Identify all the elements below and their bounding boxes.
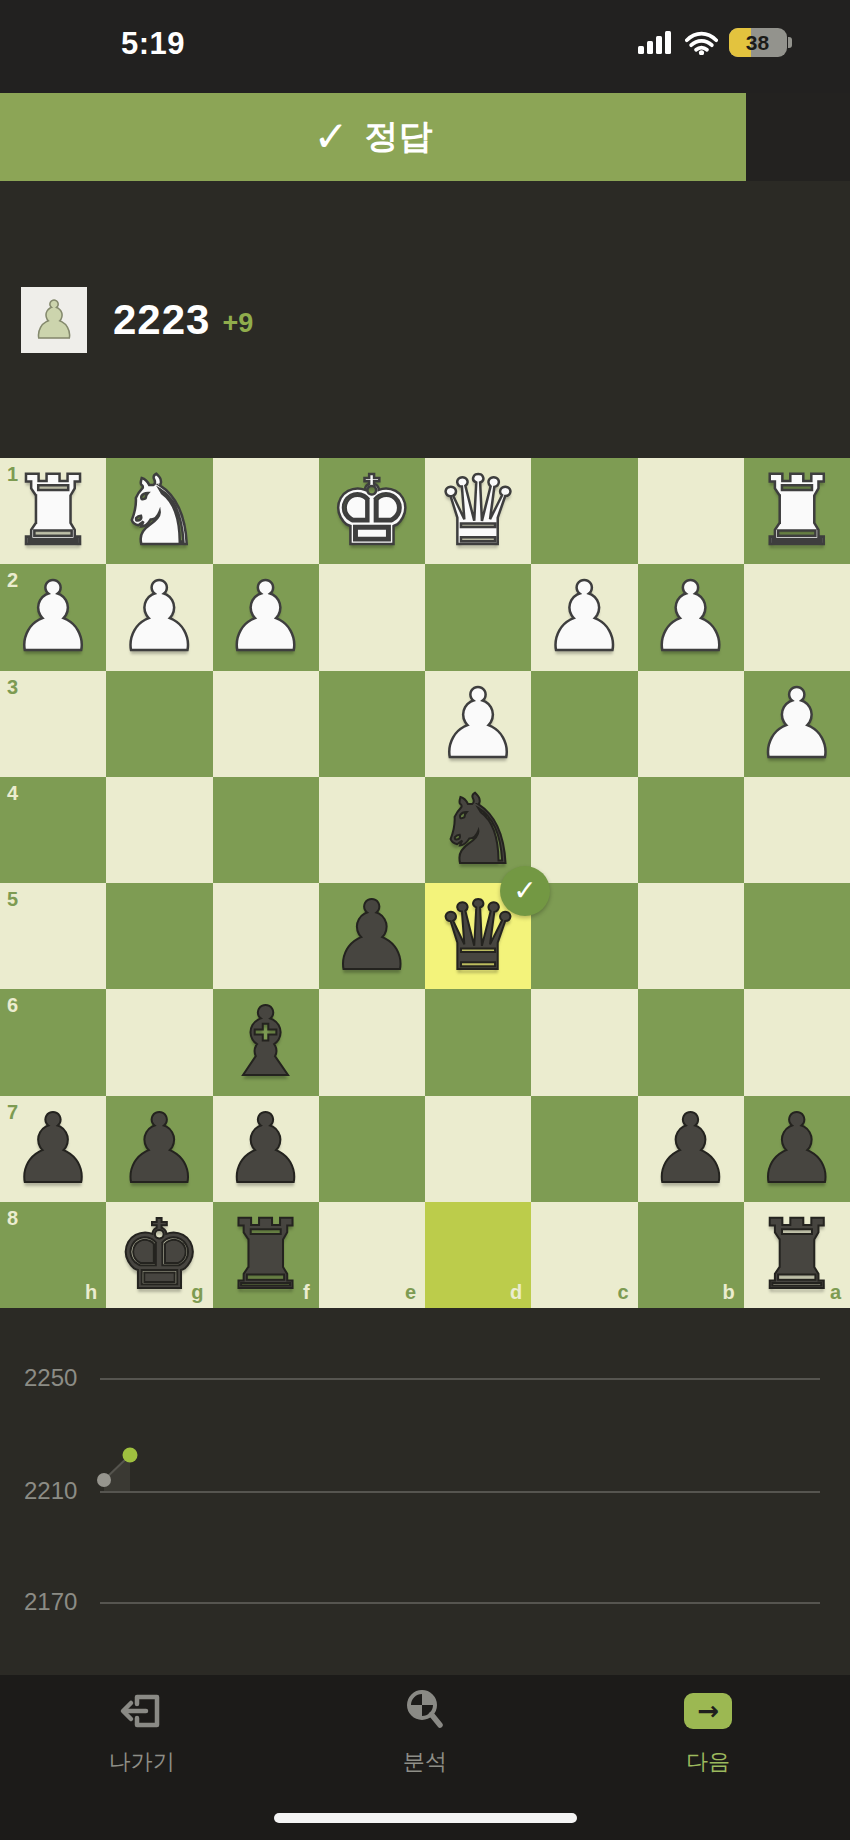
square-d3[interactable]: ♟ — [425, 671, 531, 777]
banner-label: 정답 — [365, 114, 433, 160]
nav-item-next[interactable]: → 다음 — [608, 1675, 808, 1777]
square-f3[interactable] — [213, 671, 319, 777]
rank-label-2: 2 — [7, 569, 18, 592]
square-h3[interactable]: 3 — [0, 671, 106, 777]
square-c1[interactable] — [531, 458, 637, 564]
square-c4[interactable] — [531, 777, 637, 883]
rating-row: ♟ 2223 +9 — [21, 287, 253, 353]
nav-label-analysis: 분석 — [403, 1747, 447, 1777]
file-label-f: f — [303, 1281, 310, 1304]
piece-wP-d3: ♟ — [425, 671, 531, 777]
square-a8[interactable]: a♜ — [744, 1202, 850, 1308]
square-b1[interactable] — [638, 458, 744, 564]
square-a2[interactable] — [744, 564, 850, 670]
check-icon: ✓ — [313, 116, 348, 158]
ytick-2250: 2250 — [24, 1364, 94, 1392]
rank-label-7: 7 — [7, 1101, 18, 1124]
piece-bP-b7: ♟ — [638, 1096, 744, 1202]
ytick-2210: 2210 — [24, 1477, 94, 1505]
rank-label-5: 5 — [7, 888, 18, 911]
square-b6[interactable] — [638, 989, 744, 1095]
square-g5[interactable] — [106, 883, 212, 989]
square-f6[interactable]: ♝ — [213, 989, 319, 1095]
correct-banner: ✓ 정답 — [0, 93, 746, 181]
piece-bB-f6: ♝ — [213, 989, 319, 1095]
rank-label-4: 4 — [7, 782, 18, 805]
battery-nub — [788, 37, 792, 48]
square-e2[interactable] — [319, 564, 425, 670]
badge-check-icon: ✓ — [513, 877, 536, 905]
rating-value: 2223 — [113, 296, 210, 344]
square-a6[interactable] — [744, 989, 850, 1095]
square-h6[interactable]: 6 — [0, 989, 106, 1095]
status-icons: 38 — [638, 28, 793, 57]
piece-wP-c2: ♟ — [531, 564, 637, 670]
square-e5[interactable]: ♟ — [319, 883, 425, 989]
square-d7[interactable] — [425, 1096, 531, 1202]
chess-board[interactable]: 1♜♞♚♛♜2♟♟♟♟♟3♟♟4♞5♟♛6♝7♟♟♟♟♟8hg♚f♜edcba♜… — [0, 458, 850, 1308]
pawn-avatar-icon: ♟ — [31, 294, 78, 346]
ytick-2170: 2170 — [24, 1588, 94, 1616]
wifi-icon — [685, 31, 718, 55]
piece-bP-g7: ♟ — [106, 1096, 212, 1202]
nav-label-exit: 나가기 — [109, 1747, 175, 1777]
square-a5[interactable] — [744, 883, 850, 989]
square-g1[interactable]: ♞ — [106, 458, 212, 564]
square-f7[interactable]: ♟ — [213, 1096, 319, 1202]
square-b8[interactable]: b — [638, 1202, 744, 1308]
chart-point-previous — [97, 1473, 111, 1487]
piece-wK-e1: ♚ — [319, 458, 425, 564]
square-f8[interactable]: f♜ — [213, 1202, 319, 1308]
square-f4[interactable] — [213, 777, 319, 883]
home-indicator[interactable] — [274, 1813, 577, 1823]
square-h5[interactable]: 5 — [0, 883, 106, 989]
square-b4[interactable] — [638, 777, 744, 883]
avatar: ♟ — [21, 287, 87, 353]
rating-delta: +9 — [222, 302, 253, 339]
battery-percent: 38 — [729, 28, 787, 57]
correct-move-badge: ✓ — [500, 866, 550, 916]
chart-point-current — [123, 1448, 138, 1463]
file-label-d: d — [510, 1281, 522, 1304]
square-b3[interactable] — [638, 671, 744, 777]
piece-wP-b2: ♟ — [638, 564, 744, 670]
piece-wR-a1: ♜ — [744, 458, 850, 564]
piece-wP-f2: ♟ — [213, 564, 319, 670]
square-a1[interactable]: ♜ — [744, 458, 850, 564]
arrow-right-icon: → — [697, 1698, 719, 1724]
square-c2[interactable]: ♟ — [531, 564, 637, 670]
battery-indicator: 38 — [729, 28, 793, 57]
file-label-h: h — [85, 1281, 97, 1304]
file-label-c: c — [617, 1281, 628, 1304]
square-g3[interactable] — [106, 671, 212, 777]
square-g6[interactable] — [106, 989, 212, 1095]
square-h8[interactable]: 8h — [0, 1202, 106, 1308]
square-d2[interactable] — [425, 564, 531, 670]
next-button[interactable]: → — [684, 1693, 732, 1729]
magnifier-analysis-icon — [404, 1689, 446, 1733]
rank-label-3: 3 — [7, 676, 18, 699]
nav-item-exit[interactable]: 나가기 — [42, 1675, 242, 1777]
square-e7[interactable] — [319, 1096, 425, 1202]
square-e6[interactable] — [319, 989, 425, 1095]
square-b2[interactable]: ♟ — [638, 564, 744, 670]
square-f5[interactable] — [213, 883, 319, 989]
square-g4[interactable] — [106, 777, 212, 883]
nav-item-analysis[interactable]: 분석 — [325, 1675, 525, 1777]
file-label-b: b — [723, 1281, 735, 1304]
square-c6[interactable] — [531, 989, 637, 1095]
piece-wP-a3: ♟ — [744, 671, 850, 777]
square-c3[interactable] — [531, 671, 637, 777]
square-e4[interactable] — [319, 777, 425, 883]
file-label-e: e — [405, 1281, 416, 1304]
rank-label-8: 8 — [7, 1207, 18, 1230]
puzzle-result-screen: 5:19 38 — [0, 0, 850, 1840]
square-c7[interactable] — [531, 1096, 637, 1202]
rank-label-1: 1 — [7, 463, 18, 486]
clock: 5:19 — [108, 26, 198, 62]
square-b5[interactable] — [638, 883, 744, 989]
file-label-g: g — [191, 1281, 203, 1304]
cellular-signal-icon — [638, 31, 674, 55]
piece-bP-a7: ♟ — [744, 1096, 850, 1202]
rating-chart: 2250 2210 2170 — [0, 1308, 850, 1675]
square-a7[interactable]: ♟ — [744, 1096, 850, 1202]
square-g2[interactable]: ♟ — [106, 564, 212, 670]
piece-wN-g1: ♞ — [106, 458, 212, 564]
nav-label-next: 다음 — [686, 1747, 730, 1777]
square-h7[interactable]: 7♟ — [0, 1096, 106, 1202]
status-bar: 5:19 38 — [0, 0, 850, 93]
square-g8[interactable]: g♚ — [106, 1202, 212, 1308]
square-e1[interactable]: ♚ — [319, 458, 425, 564]
square-h2[interactable]: 2♟ — [0, 564, 106, 670]
square-c8[interactable]: c — [531, 1202, 637, 1308]
piece-wP-g2: ♟ — [106, 564, 212, 670]
square-e8[interactable]: e — [319, 1202, 425, 1308]
file-label-a: a — [830, 1281, 841, 1304]
square-a4[interactable] — [744, 777, 850, 883]
square-b7[interactable]: ♟ — [638, 1096, 744, 1202]
piece-bP-f7: ♟ — [213, 1096, 319, 1202]
square-e3[interactable] — [319, 671, 425, 777]
square-d1[interactable]: ♛ — [425, 458, 531, 564]
square-f1[interactable] — [213, 458, 319, 564]
banner-row: ✓ 정답 — [0, 93, 850, 181]
rating-chart-canvas — [0, 1308, 850, 1675]
piece-wQ-d1: ♛ — [425, 458, 531, 564]
rank-label-6: 6 — [7, 994, 18, 1017]
square-d6[interactable] — [425, 989, 531, 1095]
piece-bP-e5: ♟ — [319, 883, 425, 989]
square-g7[interactable]: ♟ — [106, 1096, 212, 1202]
square-d8[interactable]: d — [425, 1202, 531, 1308]
square-a3[interactable]: ♟ — [744, 671, 850, 777]
exit-door-arrow-icon — [119, 1689, 165, 1733]
square-h1[interactable]: 1♜ — [0, 458, 106, 564]
square-h4[interactable]: 4 — [0, 777, 106, 883]
square-f2[interactable]: ♟ — [213, 564, 319, 670]
